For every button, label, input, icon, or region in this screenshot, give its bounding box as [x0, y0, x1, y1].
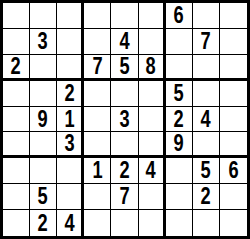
cell-r7c3[interactable]: [57, 158, 84, 184]
cell-r6c5[interactable]: [111, 132, 138, 158]
cell-r9c1[interactable]: [3, 210, 30, 236]
cell-r2c6[interactable]: [139, 29, 166, 55]
given-digit: 5: [38, 184, 48, 209]
cell-r4c2[interactable]: [30, 81, 57, 107]
cell-r3c7[interactable]: [166, 55, 193, 81]
cell-r2c9[interactable]: [220, 29, 247, 55]
cell-r6c7[interactable]: 9: [166, 132, 193, 158]
cell-r3c6[interactable]: 8: [139, 55, 166, 81]
cell-r1c9[interactable]: [220, 3, 247, 29]
cell-r9c4[interactable]: [84, 210, 111, 236]
given-digit: 5: [201, 158, 211, 183]
cell-r2c5[interactable]: 4: [111, 29, 138, 55]
cell-r1c8[interactable]: [193, 3, 220, 29]
cell-r3c3[interactable]: [57, 55, 84, 81]
cell-r4c8[interactable]: [193, 81, 220, 107]
given-digit: 2: [11, 55, 21, 79]
cell-r8c3[interactable]: [57, 184, 84, 210]
cell-r3c5[interactable]: 5: [111, 55, 138, 81]
cell-r5c1[interactable]: [3, 107, 30, 133]
cell-r8c8[interactable]: 2: [193, 184, 220, 210]
cell-r3c4[interactable]: 7: [84, 55, 111, 81]
cell-r7c2[interactable]: [30, 158, 57, 184]
cell-r5c4[interactable]: [84, 107, 111, 133]
cell-r2c3[interactable]: [57, 29, 84, 55]
cell-r8c7[interactable]: [166, 184, 193, 210]
cell-r1c5[interactable]: [111, 3, 138, 29]
cell-r5c3[interactable]: 1: [57, 107, 84, 133]
cell-r2c1[interactable]: [3, 29, 30, 55]
cell-r6c6[interactable]: [139, 132, 166, 158]
cell-r9c8[interactable]: [193, 210, 220, 236]
cell-r1c1[interactable]: [3, 3, 30, 29]
cell-r3c9[interactable]: [220, 55, 247, 81]
cell-r4c9[interactable]: [220, 81, 247, 107]
cell-r5c7[interactable]: 2: [166, 107, 193, 133]
cell-r3c2[interactable]: [30, 55, 57, 81]
cell-r8c1[interactable]: [3, 184, 30, 210]
cell-r9c2[interactable]: 2: [30, 210, 57, 236]
cell-r2c8[interactable]: 7: [193, 29, 220, 55]
cell-r8c5[interactable]: 7: [111, 184, 138, 210]
given-digit: 6: [228, 158, 238, 183]
cell-r9c9[interactable]: [220, 210, 247, 236]
cell-r7c7[interactable]: [166, 158, 193, 184]
cell-r6c1[interactable]: [3, 132, 30, 158]
cell-r5c9[interactable]: [220, 107, 247, 133]
cell-r7c5[interactable]: 2: [111, 158, 138, 184]
given-digit: 3: [38, 29, 48, 54]
given-digit: 8: [146, 55, 156, 79]
given-digit: 9: [174, 132, 184, 156]
given-digit: 5: [119, 55, 129, 79]
given-digit: 2: [38, 211, 48, 236]
sudoku-board: 634727582591324391245657224: [0, 0, 250, 239]
given-digit: 2: [119, 158, 129, 183]
cell-r5c8[interactable]: 4: [193, 107, 220, 133]
cell-r2c7[interactable]: [166, 29, 193, 55]
cell-r7c8[interactable]: 5: [193, 158, 220, 184]
given-digit: 1: [64, 107, 74, 132]
given-digit: 6: [174, 3, 184, 28]
given-digit: 2: [64, 81, 74, 106]
cell-r5c2[interactable]: 9: [30, 107, 57, 133]
cell-r8c6[interactable]: [139, 184, 166, 210]
cell-r5c6[interactable]: [139, 107, 166, 133]
given-digit: 4: [119, 29, 129, 54]
cell-r3c1[interactable]: 2: [3, 55, 30, 81]
cell-r6c4[interactable]: [84, 132, 111, 158]
given-digit: 2: [201, 184, 211, 209]
given-digit: 3: [119, 107, 129, 132]
given-digit: 4: [201, 107, 211, 132]
cell-r7c9[interactable]: 6: [220, 158, 247, 184]
cell-r4c5[interactable]: [111, 81, 138, 107]
cell-r4c1[interactable]: [3, 81, 30, 107]
cell-r5c5[interactable]: 3: [111, 107, 138, 133]
cell-r4c4[interactable]: [84, 81, 111, 107]
cell-r7c1[interactable]: [3, 158, 30, 184]
cell-r7c6[interactable]: 4: [139, 158, 166, 184]
cell-r7c4[interactable]: 1: [84, 158, 111, 184]
cell-r1c6[interactable]: [139, 3, 166, 29]
given-digit: 1: [92, 158, 102, 183]
cell-r1c2[interactable]: [30, 3, 57, 29]
given-digit: 7: [201, 29, 211, 54]
cell-r6c3[interactable]: 3: [57, 132, 84, 158]
cell-r2c2[interactable]: 3: [30, 29, 57, 55]
cell-r9c7[interactable]: [166, 210, 193, 236]
cell-r1c7[interactable]: 6: [166, 3, 193, 29]
given-digit: 3: [64, 132, 74, 156]
cell-r9c6[interactable]: [139, 210, 166, 236]
cell-r1c3[interactable]: [57, 3, 84, 29]
given-digit: 4: [64, 211, 74, 236]
cell-r1c4[interactable]: [84, 3, 111, 29]
cell-r6c9[interactable]: [220, 132, 247, 158]
cell-r6c8[interactable]: [193, 132, 220, 158]
cell-r9c5[interactable]: [111, 210, 138, 236]
given-digit: 9: [38, 107, 48, 132]
cell-r9c3[interactable]: 4: [57, 210, 84, 236]
cell-r8c9[interactable]: [220, 184, 247, 210]
cell-r6c2[interactable]: [30, 132, 57, 158]
given-digit: 5: [174, 81, 184, 106]
cell-r2c4[interactable]: [84, 29, 111, 55]
cell-r8c4[interactable]: [84, 184, 111, 210]
given-digit: 7: [92, 55, 102, 79]
cell-r4c6[interactable]: [139, 81, 166, 107]
given-digit: 2: [174, 107, 184, 132]
cell-r3c8[interactable]: [193, 55, 220, 81]
cell-r4c7[interactable]: 5: [166, 81, 193, 107]
given-digit: 7: [119, 184, 129, 209]
cell-r4c3[interactable]: 2: [57, 81, 84, 107]
cell-r8c2[interactable]: 5: [30, 184, 57, 210]
given-digit: 4: [146, 158, 156, 183]
